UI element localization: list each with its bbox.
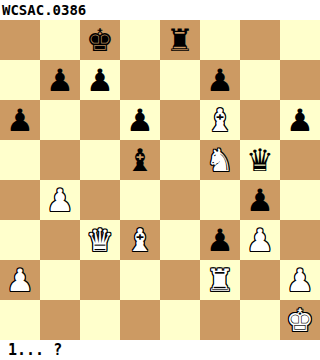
square-d1[interactable] bbox=[120, 300, 160, 340]
square-e1[interactable] bbox=[160, 300, 200, 340]
white-rook: ♜ bbox=[206, 260, 234, 300]
square-f2[interactable]: ♜ bbox=[200, 260, 240, 300]
square-f8[interactable] bbox=[200, 20, 240, 60]
square-d8[interactable] bbox=[120, 20, 160, 60]
square-d6[interactable]: ♟ bbox=[120, 100, 160, 140]
square-h1[interactable]: ♚ bbox=[280, 300, 320, 340]
square-b6[interactable] bbox=[40, 100, 80, 140]
square-d5[interactable]: ♝ bbox=[120, 140, 160, 180]
black-pawn: ♟ bbox=[206, 60, 234, 100]
white-pawn: ♟ bbox=[286, 260, 314, 300]
square-b7[interactable]: ♟ bbox=[40, 60, 80, 100]
white-knight: ♞ bbox=[206, 140, 234, 180]
white-king: ♚ bbox=[286, 300, 314, 340]
square-h4[interactable] bbox=[280, 180, 320, 220]
chess-puzzle-window: WCSAC.0386 ♚♜♟♟♟♟♟♝♟♝♞♛♟♟♛♝♟♟♟♜♟♚ 1... ? bbox=[0, 0, 320, 360]
square-d7[interactable] bbox=[120, 60, 160, 100]
square-a4[interactable] bbox=[0, 180, 40, 220]
square-d2[interactable] bbox=[120, 260, 160, 300]
square-h2[interactable]: ♟ bbox=[280, 260, 320, 300]
square-a6[interactable]: ♟ bbox=[0, 100, 40, 140]
white-bishop: ♝ bbox=[206, 100, 234, 140]
square-a2[interactable]: ♟ bbox=[0, 260, 40, 300]
white-bishop: ♝ bbox=[126, 220, 154, 260]
square-g2[interactable] bbox=[240, 260, 280, 300]
square-c7[interactable]: ♟ bbox=[80, 60, 120, 100]
black-bishop: ♝ bbox=[126, 140, 154, 180]
square-a7[interactable] bbox=[0, 60, 40, 100]
square-f3[interactable]: ♟ bbox=[200, 220, 240, 260]
status-bar: 1... ? bbox=[0, 340, 320, 360]
square-h5[interactable] bbox=[280, 140, 320, 180]
square-a3[interactable] bbox=[0, 220, 40, 260]
square-e7[interactable] bbox=[160, 60, 200, 100]
black-pawn: ♟ bbox=[126, 100, 154, 140]
white-queen: ♛ bbox=[86, 220, 114, 260]
title-bar: WCSAC.0386 bbox=[0, 0, 320, 20]
square-g4[interactable]: ♟ bbox=[240, 180, 280, 220]
square-b4[interactable]: ♟ bbox=[40, 180, 80, 220]
square-f6[interactable]: ♝ bbox=[200, 100, 240, 140]
square-b1[interactable] bbox=[40, 300, 80, 340]
square-c1[interactable] bbox=[80, 300, 120, 340]
black-pawn: ♟ bbox=[206, 220, 234, 260]
square-g6[interactable] bbox=[240, 100, 280, 140]
square-c8[interactable]: ♚ bbox=[80, 20, 120, 60]
square-g7[interactable] bbox=[240, 60, 280, 100]
square-e5[interactable] bbox=[160, 140, 200, 180]
square-e3[interactable] bbox=[160, 220, 200, 260]
square-f1[interactable] bbox=[200, 300, 240, 340]
square-g1[interactable] bbox=[240, 300, 280, 340]
white-pawn: ♟ bbox=[6, 260, 34, 300]
black-king: ♚ bbox=[86, 20, 114, 60]
square-h3[interactable] bbox=[280, 220, 320, 260]
square-b2[interactable] bbox=[40, 260, 80, 300]
square-f4[interactable] bbox=[200, 180, 240, 220]
black-pawn: ♟ bbox=[6, 100, 34, 140]
square-b3[interactable] bbox=[40, 220, 80, 260]
square-a5[interactable] bbox=[0, 140, 40, 180]
square-e2[interactable] bbox=[160, 260, 200, 300]
square-c4[interactable] bbox=[80, 180, 120, 220]
black-queen: ♛ bbox=[246, 140, 274, 180]
square-d3[interactable]: ♝ bbox=[120, 220, 160, 260]
black-pawn: ♟ bbox=[286, 100, 314, 140]
square-b8[interactable] bbox=[40, 20, 80, 60]
square-e6[interactable] bbox=[160, 100, 200, 140]
square-h7[interactable] bbox=[280, 60, 320, 100]
move-prompt: 1... ? bbox=[0, 340, 62, 360]
black-pawn: ♟ bbox=[246, 180, 274, 220]
square-g3[interactable]: ♟ bbox=[240, 220, 280, 260]
square-f7[interactable]: ♟ bbox=[200, 60, 240, 100]
square-c5[interactable] bbox=[80, 140, 120, 180]
black-rook: ♜ bbox=[166, 20, 194, 60]
white-pawn: ♟ bbox=[246, 220, 274, 260]
square-c3[interactable]: ♛ bbox=[80, 220, 120, 260]
black-pawn: ♟ bbox=[46, 60, 74, 100]
square-c6[interactable] bbox=[80, 100, 120, 140]
square-b5[interactable] bbox=[40, 140, 80, 180]
square-h8[interactable] bbox=[280, 20, 320, 60]
square-g8[interactable] bbox=[240, 20, 280, 60]
square-a1[interactable] bbox=[0, 300, 40, 340]
square-c2[interactable] bbox=[80, 260, 120, 300]
square-d4[interactable] bbox=[120, 180, 160, 220]
square-h6[interactable]: ♟ bbox=[280, 100, 320, 140]
black-pawn: ♟ bbox=[86, 60, 114, 100]
square-f5[interactable]: ♞ bbox=[200, 140, 240, 180]
square-e8[interactable]: ♜ bbox=[160, 20, 200, 60]
square-g5[interactable]: ♛ bbox=[240, 140, 280, 180]
square-e4[interactable] bbox=[160, 180, 200, 220]
chess-board: ♚♜♟♟♟♟♟♝♟♝♞♛♟♟♛♝♟♟♟♜♟♚ bbox=[0, 20, 320, 340]
white-pawn: ♟ bbox=[46, 180, 74, 220]
square-a8[interactable] bbox=[0, 20, 40, 60]
puzzle-title: WCSAC.0386 bbox=[0, 0, 86, 20]
